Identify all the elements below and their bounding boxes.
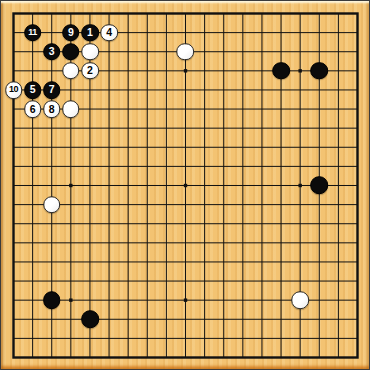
move-1-stone: 1: [81, 24, 99, 42]
move-number-label: 3: [49, 46, 55, 57]
black-stone: [310, 177, 328, 195]
move-number-label: 11: [28, 28, 37, 37]
go-board[interactable]: 1234567891011: [1, 1, 369, 369]
move-number-label: 5: [30, 85, 36, 96]
black-stone: [62, 43, 80, 61]
black-stone: [310, 62, 328, 80]
white-stone: [81, 43, 99, 61]
white-stone: [177, 43, 195, 61]
move-4-stone: 4: [100, 24, 118, 42]
move-8-stone: 8: [43, 100, 61, 118]
move-number-label: 2: [87, 66, 93, 77]
white-stone: [62, 100, 80, 118]
move-number-label: 9: [68, 27, 74, 38]
move-number-label: 7: [49, 85, 55, 96]
white-stone: [43, 196, 61, 214]
white-stone: [291, 291, 309, 309]
black-stone: [43, 291, 61, 309]
move-number-label: 10: [9, 85, 18, 94]
move-number-label: 8: [49, 104, 55, 115]
white-stone: [62, 62, 80, 80]
move-10-stone: 10: [5, 81, 23, 99]
move-number-label: 6: [30, 104, 36, 115]
move-2-stone: 2: [81, 62, 99, 80]
move-number-label: 1: [87, 27, 93, 38]
black-stone: [81, 310, 99, 328]
move-3-stone: 3: [43, 43, 61, 61]
move-11-stone: 11: [24, 24, 42, 42]
go-board-diagram: 1234567891011: [0, 0, 370, 370]
move-6-stone: 6: [24, 100, 42, 118]
move-number-label: 4: [106, 27, 112, 38]
move-5-stone: 5: [24, 81, 42, 99]
black-stone: [272, 62, 290, 80]
move-7-stone: 7: [43, 81, 61, 99]
move-9-stone: 9: [62, 24, 80, 42]
